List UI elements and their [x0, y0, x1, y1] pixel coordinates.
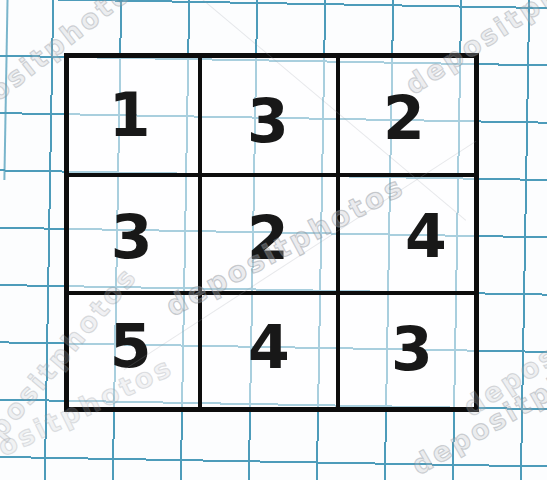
cell-value: 4: [405, 206, 447, 266]
cell-value: 3: [247, 91, 289, 151]
cell-r3c2[interactable]: 4: [200, 293, 338, 410]
cell-value: 2: [383, 88, 425, 148]
stock-photo-canvas: 1 3 2 3 2 4 5 4 3 depositphotos depositp…: [0, 0, 547, 480]
cell-value: 3: [391, 319, 433, 379]
cell-r2c1[interactable]: 3: [67, 175, 200, 293]
cell-value: 2: [247, 208, 289, 268]
cell-r1c3[interactable]: 2: [338, 56, 477, 175]
cell-r3c1[interactable]: 5: [67, 293, 200, 410]
cell-r1c2[interactable]: 3: [200, 56, 338, 175]
cell-r2c2[interactable]: 2: [200, 175, 338, 293]
cell-value: 4: [248, 317, 290, 377]
cell-value: 1: [109, 85, 151, 145]
cell-r3c3[interactable]: 3: [338, 293, 477, 410]
cell-r2c3[interactable]: 4: [338, 175, 477, 293]
puzzle-board: 1 3 2 3 2 4 5 4 3: [64, 53, 479, 412]
cell-r1c1[interactable]: 1: [67, 56, 200, 175]
cell-value: 5: [110, 316, 152, 376]
cell-value: 3: [111, 207, 153, 267]
